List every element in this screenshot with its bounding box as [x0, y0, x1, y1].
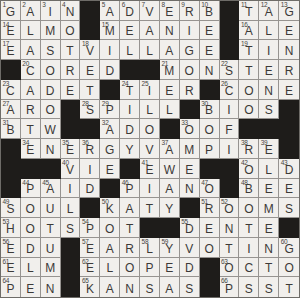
cell-r13c13[interactable]: I	[239, 238, 259, 258]
cell-r11c4[interactable]: L	[61, 198, 81, 218]
cell-r9c13[interactable]: 42O	[239, 159, 259, 179]
cell-r15c12[interactable]: 66P	[220, 277, 240, 297]
cell-r1c4[interactable]: 4N	[61, 1, 81, 21]
cell-r9c10[interactable]: E	[180, 159, 200, 179]
letter: L	[146, 45, 153, 57]
cell-r3c6[interactable]: I	[100, 40, 120, 60]
cell-r13c6[interactable]: A	[100, 238, 120, 258]
cell-r3c10[interactable]: G	[180, 40, 200, 60]
letter: T	[27, 124, 34, 136]
cell-r8c4[interactable]: 35E	[61, 139, 81, 159]
cell-r8c6[interactable]: G	[100, 139, 120, 159]
cell-r12c5[interactable]: 54P	[80, 218, 100, 238]
cell-r10c14[interactable]: E	[259, 179, 279, 199]
letter: O	[244, 104, 253, 116]
cell-r15c15[interactable]: T	[279, 277, 299, 297]
cell-r4c2[interactable]: 20C	[21, 60, 41, 80]
cell-r11c13[interactable]: O	[239, 198, 259, 218]
black-square-r4c1	[1, 60, 21, 80]
cell-r14c14[interactable]: T	[259, 258, 279, 278]
cell-r14c5[interactable]: 62E	[80, 258, 100, 278]
cell-r15c6[interactable]: A	[100, 277, 120, 297]
cell-r5c13[interactable]: O	[239, 80, 259, 100]
clue-number: 22	[221, 61, 228, 68]
cell-r10c2[interactable]: 44P	[21, 179, 41, 199]
letter: E	[86, 65, 94, 77]
clue-number: 33	[181, 120, 188, 127]
cell-r1c7[interactable]: 6D	[120, 1, 140, 21]
letter: K	[86, 283, 94, 295]
cell-r7c10[interactable]: 33O	[180, 119, 200, 139]
cell-r15c2[interactable]: E	[21, 277, 41, 297]
cell-r4c12[interactable]: 22S	[220, 60, 240, 80]
letter: M	[45, 262, 55, 274]
clue-number: 24	[122, 81, 129, 88]
cell-r10c5[interactable]: D	[80, 179, 100, 199]
cell-r8c8[interactable]: V	[140, 139, 160, 159]
black-square-r2c5	[80, 21, 100, 41]
clue-number: 55	[181, 219, 188, 226]
letter: N	[165, 25, 174, 37]
cell-r13c5[interactable]: 57E	[80, 238, 100, 258]
cell-r15c8[interactable]: S	[140, 277, 160, 297]
cell-r9c4[interactable]: 40V	[61, 159, 81, 179]
cell-r10c9[interactable]: A	[160, 179, 180, 199]
clue-number: 2	[22, 2, 25, 9]
cell-r3c14[interactable]: I	[259, 40, 279, 60]
cell-r11c12[interactable]: 52O	[220, 198, 240, 218]
cell-r2c2[interactable]: L	[21, 21, 41, 41]
cell-r12c7[interactable]: T	[120, 218, 140, 238]
black-square-r7c4	[61, 119, 81, 139]
letter: I	[68, 183, 71, 195]
letter: E	[285, 85, 293, 97]
cell-r7c1[interactable]: 31B	[1, 119, 21, 139]
cell-r5c1[interactable]: 23C	[1, 80, 21, 100]
cell-r15c9[interactable]: A	[160, 277, 180, 297]
cell-r14c9[interactable]: E	[160, 258, 180, 278]
cell-r2c11[interactable]: E	[200, 21, 220, 41]
black-square-r8c15	[279, 139, 299, 159]
cell-r5c9[interactable]: E	[160, 80, 180, 100]
clue-number: 39	[261, 140, 268, 147]
letter: T	[46, 223, 53, 235]
cell-r1c9[interactable]: 8E	[160, 1, 180, 21]
cell-r4c14[interactable]: E	[259, 60, 279, 80]
letter: O	[145, 124, 154, 136]
letter: A	[26, 45, 34, 57]
cell-r5c5[interactable]: T	[80, 80, 100, 100]
cell-r9c9[interactable]: W	[160, 159, 180, 179]
cell-r6c13[interactable]: O	[239, 100, 259, 120]
letter: I	[88, 164, 91, 176]
cell-r2c1[interactable]: 14E	[1, 21, 21, 41]
letter: A	[145, 25, 153, 37]
cell-r4c4[interactable]: R	[61, 60, 81, 80]
cell-r10c10[interactable]: N	[180, 179, 200, 199]
clue-number: 4	[62, 2, 65, 9]
letter: O	[204, 243, 213, 255]
clue-number: 27	[3, 101, 10, 108]
cell-r13c10[interactable]: V	[180, 238, 200, 258]
cell-r5c7[interactable]: 24T	[120, 80, 140, 100]
letter: A	[165, 45, 173, 57]
cell-r8c14[interactable]: 39E	[259, 139, 279, 159]
cell-r14c3[interactable]: M	[41, 258, 61, 278]
letter: T	[265, 262, 272, 274]
cell-r3c8[interactable]: L	[140, 40, 160, 60]
black-square-r4c8	[140, 60, 160, 80]
cell-r4c10[interactable]: O	[180, 60, 200, 80]
cell-r13c8[interactable]: 58L	[140, 238, 160, 258]
cell-r3c9[interactable]: A	[160, 40, 180, 60]
black-square-r13c4	[61, 238, 81, 258]
letter: P	[225, 283, 233, 295]
letter: R	[26, 104, 35, 116]
clue-number: 53	[3, 219, 10, 226]
cell-r6c7[interactable]: I	[120, 100, 140, 120]
cell-r3c13[interactable]: 19T	[239, 40, 259, 60]
cell-r6c6[interactable]: 29P	[100, 100, 120, 120]
black-square-r14c4	[61, 258, 81, 278]
cell-r2c6[interactable]: 15M	[100, 21, 120, 41]
cell-r11c3[interactable]: U	[41, 198, 61, 218]
letter: S	[265, 104, 273, 116]
cell-r5c10[interactable]: R	[180, 80, 200, 100]
letter: O	[125, 262, 134, 274]
cell-r8c12[interactable]: I	[220, 139, 240, 159]
cell-r11c14[interactable]: M	[259, 198, 279, 218]
letter: M	[264, 203, 274, 215]
cell-r10c15[interactable]: E	[279, 179, 299, 199]
cell-r13c11[interactable]: O	[200, 238, 220, 258]
cell-r6c12[interactable]: I	[220, 100, 240, 120]
black-square-r12c8	[140, 218, 160, 238]
black-square-r9c12	[220, 159, 240, 179]
cell-r1c1[interactable]: 1G	[1, 1, 21, 21]
cell-r15c7[interactable]: N	[120, 277, 140, 297]
cell-r13c12[interactable]: T	[220, 238, 240, 258]
letter: R	[185, 85, 194, 97]
cell-r12c13[interactable]: T	[239, 218, 259, 238]
cell-r3c5[interactable]: 18V	[80, 40, 100, 60]
clue-number: 30	[201, 101, 208, 108]
cell-r2c14[interactable]: L	[259, 21, 279, 41]
letter: O	[284, 262, 293, 274]
cell-r4c11[interactable]: N	[200, 60, 220, 80]
cell-r2c4[interactable]: O	[61, 21, 81, 41]
black-square-r6c4	[61, 100, 81, 120]
clue-number: 20	[22, 61, 29, 68]
letter: E	[165, 6, 173, 18]
cell-r13c9[interactable]: 59Y	[160, 238, 180, 258]
cell-r1c6[interactable]: 5A	[100, 1, 120, 21]
cell-r5c14[interactable]: N	[259, 80, 279, 100]
cell-r13c15[interactable]: 60G	[279, 238, 299, 258]
letter: T	[285, 283, 292, 295]
letter: O	[45, 104, 54, 116]
cell-r14c12[interactable]: 63O	[220, 258, 240, 278]
cell-r9c5[interactable]: I	[80, 159, 100, 179]
cell-r7c8[interactable]: O	[140, 119, 160, 139]
clue-number: 11	[241, 2, 247, 9]
letter: G	[185, 45, 194, 57]
black-square-r9c3	[41, 159, 61, 179]
letter: E	[26, 283, 34, 295]
letter: A	[165, 183, 173, 195]
cell-r8c13[interactable]: 38R	[239, 139, 259, 159]
cell-r6c9[interactable]: L	[160, 100, 180, 120]
cell-r1c11[interactable]: 10B	[200, 1, 220, 21]
cell-r13c7[interactable]: R	[120, 238, 140, 258]
cell-r15c5[interactable]: 65K	[80, 277, 100, 297]
cell-r12c6[interactable]: O	[100, 218, 120, 238]
cell-r15c14[interactable]: S	[259, 277, 279, 297]
clue-number: 52	[221, 199, 228, 206]
black-square-r11c5	[80, 198, 100, 218]
cell-r2c15[interactable]: E	[279, 21, 299, 41]
cell-r12c10[interactable]: 55D	[180, 218, 200, 238]
letter: P	[145, 262, 153, 274]
cell-r15c1[interactable]: 64P	[1, 277, 21, 297]
cell-r4c3[interactable]: O	[41, 60, 61, 80]
clue-number: 44	[22, 180, 29, 187]
cell-r12c1[interactable]: 53H	[1, 218, 21, 238]
letter: R	[66, 65, 75, 77]
letter: O	[244, 85, 253, 97]
cell-r13c2[interactable]: D	[21, 238, 41, 258]
clue-number: 29	[102, 101, 109, 108]
letter: Y	[126, 144, 134, 156]
letter: T	[225, 243, 232, 255]
cell-r4c9[interactable]: 21M	[160, 60, 180, 80]
cell-r14c10[interactable]: D	[180, 258, 200, 278]
cell-r6c3[interactable]: O	[41, 100, 61, 120]
clue-number: 62	[82, 259, 89, 266]
letter: O	[65, 25, 74, 37]
letter: T	[86, 85, 93, 97]
cell-r11c11[interactable]: 51R	[200, 198, 220, 218]
cell-r13c3[interactable]: U	[41, 238, 61, 258]
cell-r13c14[interactable]: N	[259, 238, 279, 258]
cell-r11c6[interactable]: 50K	[100, 198, 120, 218]
cell-r12c11[interactable]: E	[200, 218, 220, 238]
letter: I	[108, 45, 111, 57]
black-square-r9c7	[120, 159, 140, 179]
letter: L	[265, 25, 272, 37]
cell-r15c10[interactable]: S	[180, 277, 200, 297]
letter: I	[148, 85, 151, 97]
cell-r14c13[interactable]: C	[239, 258, 259, 278]
cell-r7c2[interactable]: T	[21, 119, 41, 139]
cell-r3c4[interactable]: T	[61, 40, 81, 60]
letter: E	[205, 45, 213, 57]
cell-r14c7[interactable]: O	[120, 258, 140, 278]
cell-r10c3[interactable]: 45A	[41, 179, 61, 199]
letter: E	[285, 25, 293, 37]
clue-number: 49	[3, 199, 10, 206]
letter: U	[46, 203, 55, 215]
cell-r1c15[interactable]: 13G	[279, 1, 299, 21]
cell-r1c10[interactable]: 9R	[180, 1, 200, 21]
letter: L	[27, 262, 34, 274]
cell-r4c6[interactable]: D	[100, 60, 120, 80]
black-square-r10c1	[1, 179, 21, 199]
cell-r4c15[interactable]: R	[279, 60, 299, 80]
cell-r2c10[interactable]: I	[180, 21, 200, 41]
cell-r2c3[interactable]: M	[41, 21, 61, 41]
cell-r2c8[interactable]: A	[140, 21, 160, 41]
letter: E	[165, 85, 173, 97]
cell-r11c9[interactable]: Y	[160, 198, 180, 218]
cell-r5c4[interactable]: E	[61, 80, 81, 100]
cell-r12c3[interactable]: T	[41, 218, 61, 238]
black-square-r5c11	[200, 80, 220, 100]
cell-r8c11[interactable]: P	[200, 139, 220, 159]
cell-r11c7[interactable]: A	[120, 198, 140, 218]
letter: E	[106, 164, 114, 176]
cell-r10c11[interactable]: 47O	[200, 179, 220, 199]
cell-r8c5[interactable]: 36R	[80, 139, 100, 159]
letter: N	[225, 223, 234, 235]
cell-r12c2[interactable]: O	[21, 218, 41, 238]
cell-r2c9[interactable]: N	[160, 21, 180, 41]
cell-r15c3[interactable]: N	[41, 277, 61, 297]
cell-r14c1[interactable]: 61E	[1, 258, 21, 278]
cell-r6c1[interactable]: 27A	[1, 100, 21, 120]
clue-number: 48	[241, 180, 248, 187]
cell-r6c8[interactable]: L	[140, 100, 160, 120]
cell-r8c7[interactable]: Y	[120, 139, 140, 159]
cell-r3c7[interactable]: L	[120, 40, 140, 60]
clue-number: 28	[82, 101, 89, 108]
cell-r6c14[interactable]: S	[259, 100, 279, 120]
cell-r2c7[interactable]: E	[120, 21, 140, 41]
cell-r8c9[interactable]: 37A	[160, 139, 180, 159]
cell-r3c11[interactable]: E	[200, 40, 220, 60]
letter: E	[205, 25, 213, 37]
letter: W	[44, 124, 55, 136]
letter: G	[6, 6, 15, 18]
cell-r2c13[interactable]: 16A	[239, 21, 259, 41]
clue-number: 19	[241, 41, 248, 48]
cell-r9c15[interactable]: 43D	[279, 159, 299, 179]
cell-r5c3[interactable]: D	[41, 80, 61, 100]
cell-r10c4[interactable]: I	[61, 179, 81, 199]
cell-r5c15[interactable]: E	[279, 80, 299, 100]
letter: S	[265, 283, 273, 295]
cell-r4c5[interactable]: E	[80, 60, 100, 80]
cell-r10c7[interactable]: 46P	[120, 179, 140, 199]
clue-number: 63	[221, 259, 228, 266]
cell-r3c3[interactable]: S	[41, 40, 61, 60]
cell-r1c3[interactable]: 3I	[41, 1, 61, 21]
letter: S	[66, 223, 74, 235]
cell-r9c14[interactable]: L	[259, 159, 279, 179]
cell-r15c13[interactable]: S	[239, 277, 259, 297]
letter: T	[245, 65, 252, 77]
cell-r13c1[interactable]: 56E	[1, 238, 21, 258]
letter: O	[105, 223, 114, 235]
letter: A	[26, 6, 34, 18]
letter: O	[45, 65, 54, 77]
cell-r1c13[interactable]: 11T	[239, 1, 259, 21]
cell-r5c2[interactable]: A	[21, 80, 41, 100]
cell-r3c2[interactable]: A	[21, 40, 41, 60]
clue-number: 43	[281, 160, 288, 167]
cell-r9c6[interactable]: E	[100, 159, 120, 179]
black-square-r11c10	[180, 198, 200, 218]
cell-r9c8[interactable]: 41E	[140, 159, 160, 179]
clue-number: 38	[241, 140, 248, 147]
cell-r6c2[interactable]: R	[21, 100, 41, 120]
letter: A	[106, 283, 114, 295]
cell-r7c3[interactable]: W	[41, 119, 61, 139]
letter: N	[185, 183, 194, 195]
cell-r14c15[interactable]: O	[279, 258, 299, 278]
cell-r6c11[interactable]: 30B	[200, 100, 220, 120]
clue-number: 34	[22, 140, 29, 147]
letter: O	[185, 65, 194, 77]
cell-r10c8[interactable]: I	[140, 179, 160, 199]
cell-r12c14[interactable]: E	[259, 218, 279, 238]
cell-r1c2[interactable]: 2A	[21, 1, 41, 21]
cell-r7c7[interactable]: D	[120, 119, 140, 139]
cell-r11c8[interactable]: T	[140, 198, 160, 218]
cell-r1c8[interactable]: 7V	[140, 1, 160, 21]
cell-r14c8[interactable]: P	[140, 258, 160, 278]
cell-r5c12[interactable]: 26C	[220, 80, 240, 100]
cell-r7c11[interactable]: O	[200, 119, 220, 139]
cell-r8c10[interactable]: M	[180, 139, 200, 159]
cell-r12c12[interactable]: N	[220, 218, 240, 238]
letter: E	[126, 25, 134, 37]
letter: W	[164, 164, 175, 176]
black-square-r14c11	[200, 258, 220, 278]
clue-number: 54	[82, 219, 89, 226]
cell-r10c13[interactable]: 48B	[239, 179, 259, 199]
cell-r8c2[interactable]: 34E	[21, 139, 41, 159]
cell-r1c14[interactable]: 12A	[259, 1, 279, 21]
cell-r3c1[interactable]: 17E	[1, 40, 21, 60]
clue-number: 47	[201, 180, 208, 187]
cell-r11c15[interactable]: S	[279, 198, 299, 218]
cell-r7c12[interactable]: F	[220, 119, 240, 139]
cell-r12c4[interactable]: S	[61, 218, 81, 238]
cell-r11c1[interactable]: 49S	[1, 198, 21, 218]
letter: N	[46, 283, 55, 295]
cell-r7c6[interactable]: 32A	[100, 119, 120, 139]
letter: P	[205, 144, 213, 156]
cell-r6c5[interactable]: 28S	[80, 100, 100, 120]
letter: I	[128, 104, 131, 116]
cell-r3c15[interactable]: N	[279, 40, 299, 60]
cell-r14c6[interactable]: L	[100, 258, 120, 278]
black-square-r15c4	[61, 277, 81, 297]
cell-r14c2[interactable]: L	[21, 258, 41, 278]
clue-number: 42	[241, 160, 248, 167]
letter: I	[247, 243, 250, 255]
letter: E	[265, 65, 273, 77]
letter: F	[225, 124, 232, 136]
clue-number: 50	[102, 199, 109, 206]
letter: N	[285, 45, 294, 57]
cell-r5c8[interactable]: 25I	[140, 80, 160, 100]
cell-r4c13[interactable]: T	[239, 60, 259, 80]
cell-r8c3[interactable]: N	[41, 139, 61, 159]
cell-r11c2[interactable]: O	[21, 198, 41, 218]
letter: S	[245, 283, 253, 295]
